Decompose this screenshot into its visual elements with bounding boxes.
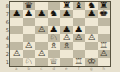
square-e2[interactable] [60, 50, 73, 58]
square-c8[interactable] [35, 2, 48, 10]
black-queen-b8: ♛ [24, 2, 33, 10]
white-pawn-b3: ♙ [24, 42, 33, 50]
square-c2[interactable]: ♙ [35, 50, 48, 58]
rank-label-4: 4 [2, 34, 9, 42]
white-rook-f1: ♖ [74, 58, 83, 66]
black-pawn-b7: ♟ [24, 10, 33, 18]
white-pawn-g4: ♙ [87, 34, 96, 42]
file-label-e: e [60, 66, 73, 72]
rank-label-5: 5 [2, 26, 9, 34]
square-f1[interactable]: ♖ [73, 58, 86, 66]
rank-label-8: 8 [2, 2, 9, 10]
chess-diagram: 87654321 ♛♜♝♞♜♟♟♟♞♟♟♚♙♟♟♟♘♙♙♙♙♗♗♖♙♙♙♘♕♖♔… [0, 0, 120, 72]
black-pawn-a7: ♟ [12, 10, 21, 18]
square-h2[interactable]: ♙ [98, 50, 111, 58]
black-pawn-c7: ♟ [37, 10, 46, 18]
square-h7[interactable]: ♚ [98, 10, 111, 18]
square-f7[interactable] [73, 10, 86, 18]
white-queen-d1: ♕ [49, 58, 58, 66]
square-e4[interactable]: ♙ [60, 34, 73, 42]
black-pawn-e7: ♟ [62, 10, 71, 18]
file-labels: abcdefgh [10, 66, 110, 72]
square-g2[interactable] [85, 50, 98, 58]
square-d3[interactable]: ♗ [48, 42, 61, 50]
square-b8[interactable]: ♛ [23, 2, 36, 10]
square-a1[interactable] [10, 58, 23, 66]
white-bishop-d3: ♗ [49, 42, 58, 50]
square-h1[interactable] [98, 58, 111, 66]
square-a5[interactable] [10, 26, 23, 34]
black-pawn-d5: ♟ [49, 26, 58, 34]
square-f2[interactable] [73, 50, 86, 58]
square-g1[interactable]: ♔ [85, 58, 98, 66]
square-d7[interactable]: ♞ [48, 10, 61, 18]
square-h4[interactable] [98, 34, 111, 42]
file-label-g: g [85, 66, 98, 72]
rank-label-3: 3 [2, 42, 9, 50]
white-pawn-c2: ♙ [37, 50, 46, 58]
square-d4[interactable]: ♘ [48, 34, 61, 42]
square-d6[interactable] [48, 18, 61, 26]
black-pawn-f5: ♟ [74, 26, 83, 34]
square-e8[interactable]: ♜ [60, 2, 73, 10]
square-b7[interactable]: ♟ [23, 10, 36, 18]
square-h3[interactable]: ♖ [98, 42, 111, 50]
black-king-h7: ♚ [99, 10, 108, 18]
square-a4[interactable] [10, 34, 23, 42]
file-label-h: h [98, 66, 111, 72]
square-c5[interactable]: ♙ [35, 26, 48, 34]
square-d2[interactable] [48, 50, 61, 58]
square-f5[interactable]: ♟ [73, 26, 86, 34]
file-label-c: c [35, 66, 48, 72]
square-e6[interactable] [60, 18, 73, 26]
square-c3[interactable] [35, 42, 48, 50]
square-h5[interactable] [98, 26, 111, 34]
file-label-d: d [48, 66, 61, 72]
square-f3[interactable] [73, 42, 86, 50]
square-b5[interactable] [23, 26, 36, 34]
square-a6[interactable] [10, 18, 23, 26]
square-g7[interactable]: ♟ [85, 10, 98, 18]
square-b1[interactable]: ♘ [23, 58, 36, 66]
black-rook-h8: ♜ [99, 2, 108, 10]
white-king-g1: ♔ [87, 58, 96, 66]
square-g4[interactable]: ♙ [85, 34, 98, 42]
square-g5[interactable] [85, 26, 98, 34]
square-d8[interactable] [48, 2, 61, 10]
rank-label-2: 2 [2, 50, 9, 58]
square-h8[interactable]: ♜ [98, 2, 111, 10]
square-c1[interactable] [35, 58, 48, 66]
white-pawn-c5: ♙ [37, 26, 46, 34]
square-g3[interactable] [85, 42, 98, 50]
black-pawn-g7: ♟ [87, 10, 96, 18]
square-f8[interactable]: ♝ [73, 2, 86, 10]
square-a2[interactable]: ♙ [10, 50, 23, 58]
square-b4[interactable] [23, 34, 36, 42]
square-f4[interactable]: ♙ [73, 34, 86, 42]
square-b6[interactable] [23, 18, 36, 26]
square-e7[interactable]: ♟ [60, 10, 73, 18]
black-rook-e8: ♜ [62, 2, 71, 10]
square-c4[interactable] [35, 34, 48, 42]
square-h6[interactable] [98, 18, 111, 26]
square-d5[interactable]: ♟ [48, 26, 61, 34]
square-f6[interactable] [73, 18, 86, 26]
square-g6[interactable] [85, 18, 98, 26]
square-c7[interactable]: ♟ [35, 10, 48, 18]
square-e5[interactable]: ♟ [60, 26, 73, 34]
black-bishop-f8: ♝ [74, 2, 83, 10]
white-pawn-f4: ♙ [74, 34, 83, 42]
file-label-a: a [10, 66, 23, 72]
black-knight-d7: ♞ [49, 10, 58, 18]
square-b2[interactable] [23, 50, 36, 58]
square-g8[interactable]: ♞ [85, 2, 98, 10]
square-b3[interactable]: ♙ [23, 42, 36, 50]
square-a7[interactable]: ♟ [10, 10, 23, 18]
black-pawn-e5: ♟ [62, 26, 71, 34]
square-a8[interactable] [10, 2, 23, 10]
file-label-f: f [73, 66, 86, 72]
square-a3[interactable] [10, 42, 23, 50]
rank-label-1: 1 [2, 58, 9, 66]
chess-board[interactable]: ♛♜♝♞♜♟♟♟♞♟♟♚♙♟♟♟♘♙♙♙♙♗♗♖♙♙♙♘♕♖♔ [10, 2, 110, 66]
white-bishop-e3: ♗ [62, 42, 71, 50]
square-c6[interactable] [35, 18, 48, 26]
white-rook-h3: ♖ [99, 42, 108, 50]
rank-label-7: 7 [2, 10, 9, 18]
black-knight-g8: ♞ [87, 2, 96, 10]
square-e1[interactable] [60, 58, 73, 66]
rank-label-6: 6 [2, 18, 9, 26]
white-pawn-e4: ♙ [62, 34, 71, 42]
rank-labels: 87654321 [2, 2, 10, 66]
white-knight-d4: ♘ [49, 34, 58, 42]
square-e3[interactable]: ♗ [60, 42, 73, 50]
square-d1[interactable]: ♕ [48, 58, 61, 66]
white-knight-b1: ♘ [24, 58, 33, 66]
file-label-b: b [23, 66, 36, 72]
white-pawn-a2: ♙ [12, 50, 21, 58]
white-pawn-h2: ♙ [99, 50, 108, 58]
